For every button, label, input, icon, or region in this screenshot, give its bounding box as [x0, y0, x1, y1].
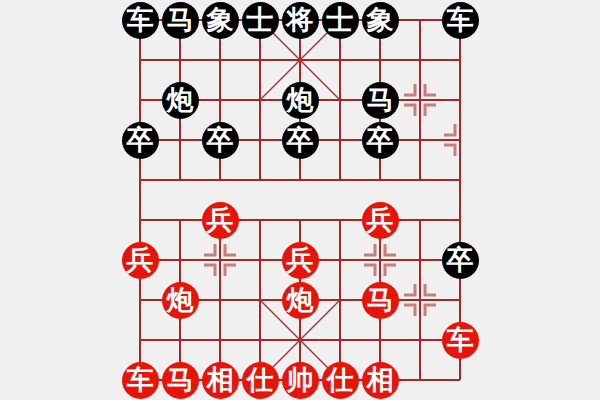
red-elephant[interactable]: 相 [202, 362, 239, 399]
red-soldier[interactable]: 兵 [202, 202, 239, 239]
black-soldier[interactable]: 卒 [122, 122, 159, 159]
black-soldier[interactable]: 卒 [362, 122, 399, 159]
black-advisor[interactable]: 士 [322, 2, 359, 39]
red-general[interactable]: 帅 [282, 362, 319, 399]
black-general[interactable]: 将 [282, 2, 319, 39]
red-soldier[interactable]: 兵 [282, 242, 319, 279]
xiangqi-board: 车马象士将士象车炮炮马卒卒卒卒卒兵兵兵兵炮炮马车车马相仕帅仕相 [0, 0, 600, 400]
black-elephant[interactable]: 象 [362, 2, 399, 39]
black-elephant[interactable]: 象 [202, 2, 239, 39]
black-soldier[interactable]: 卒 [202, 122, 239, 159]
red-soldier[interactable]: 兵 [362, 202, 399, 239]
red-advisor[interactable]: 仕 [322, 362, 359, 399]
red-chariot[interactable]: 车 [122, 362, 159, 399]
black-cannon[interactable]: 炮 [162, 82, 199, 119]
red-elephant[interactable]: 相 [362, 362, 399, 399]
red-cannon[interactable]: 炮 [162, 282, 199, 319]
black-chariot[interactable]: 车 [122, 2, 159, 39]
black-horse[interactable]: 马 [362, 82, 399, 119]
red-advisor[interactable]: 仕 [242, 362, 279, 399]
black-soldier[interactable]: 卒 [442, 242, 479, 279]
black-cannon[interactable]: 炮 [282, 82, 319, 119]
red-horse[interactable]: 马 [162, 362, 199, 399]
red-soldier[interactable]: 兵 [122, 242, 159, 279]
black-advisor[interactable]: 士 [242, 2, 279, 39]
red-cannon[interactable]: 炮 [282, 282, 319, 319]
black-chariot[interactable]: 车 [442, 2, 479, 39]
board-grid: 车马象士将士象车炮炮马卒卒卒卒卒兵兵兵兵炮炮马车车马相仕帅仕相 [120, 0, 480, 400]
red-chariot[interactable]: 车 [442, 322, 479, 359]
black-soldier[interactable]: 卒 [282, 122, 319, 159]
black-horse[interactable]: 马 [162, 2, 199, 39]
red-horse[interactable]: 马 [362, 282, 399, 319]
